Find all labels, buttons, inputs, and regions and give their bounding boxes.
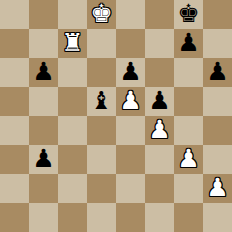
piece-white-pawn[interactable]: ♟	[119, 86, 141, 115]
square-g7[interactable]: ♟	[174, 29, 203, 58]
square-g1[interactable]	[174, 203, 203, 232]
piece-black-pawn[interactable]: ♟	[32, 144, 54, 173]
square-f2[interactable]	[145, 174, 174, 203]
piece-white-king[interactable]: ♚	[90, 0, 112, 28]
square-a8[interactable]	[0, 0, 29, 29]
piece-white-rook[interactable]: ♜	[61, 28, 83, 57]
square-h7[interactable]	[203, 29, 232, 58]
square-a5[interactable]	[0, 87, 29, 116]
square-h8[interactable]	[203, 0, 232, 29]
square-g8[interactable]: ♚	[174, 0, 203, 29]
square-e1[interactable]	[116, 203, 145, 232]
square-c5[interactable]	[58, 87, 87, 116]
square-d8[interactable]: ♚	[87, 0, 116, 29]
piece-white-pawn[interactable]: ♟	[177, 144, 199, 173]
square-h6[interactable]: ♟	[203, 58, 232, 87]
square-c1[interactable]	[58, 203, 87, 232]
square-g2[interactable]	[174, 174, 203, 203]
piece-white-pawn[interactable]: ♟	[148, 115, 170, 144]
square-a6[interactable]	[0, 58, 29, 87]
square-e7[interactable]	[116, 29, 145, 58]
square-b2[interactable]	[29, 174, 58, 203]
piece-black-pawn[interactable]: ♟	[119, 57, 141, 86]
square-d4[interactable]	[87, 116, 116, 145]
square-a3[interactable]	[0, 145, 29, 174]
square-f4[interactable]: ♟	[145, 116, 174, 145]
square-b4[interactable]	[29, 116, 58, 145]
square-c6[interactable]	[58, 58, 87, 87]
square-b8[interactable]	[29, 0, 58, 29]
square-h1[interactable]	[203, 203, 232, 232]
square-d5[interactable]: ♝	[87, 87, 116, 116]
square-e8[interactable]	[116, 0, 145, 29]
square-d6[interactable]	[87, 58, 116, 87]
square-f8[interactable]	[145, 0, 174, 29]
square-d2[interactable]	[87, 174, 116, 203]
square-d3[interactable]	[87, 145, 116, 174]
square-b6[interactable]: ♟	[29, 58, 58, 87]
square-c2[interactable]	[58, 174, 87, 203]
square-h4[interactable]	[203, 116, 232, 145]
square-a1[interactable]	[0, 203, 29, 232]
square-c4[interactable]	[58, 116, 87, 145]
square-b5[interactable]	[29, 87, 58, 116]
square-g5[interactable]	[174, 87, 203, 116]
square-f3[interactable]	[145, 145, 174, 174]
square-f6[interactable]	[145, 58, 174, 87]
square-d1[interactable]	[87, 203, 116, 232]
square-f5[interactable]: ♟	[145, 87, 174, 116]
chess-board: ♚♚♜♟♟♟♟♝♟♟♟♟♟♟	[0, 0, 232, 232]
piece-black-pawn[interactable]: ♟	[32, 57, 54, 86]
piece-black-king[interactable]: ♚	[177, 0, 199, 28]
square-a7[interactable]	[0, 29, 29, 58]
piece-black-pawn[interactable]: ♟	[177, 28, 199, 57]
square-h3[interactable]	[203, 145, 232, 174]
square-e4[interactable]	[116, 116, 145, 145]
square-h5[interactable]	[203, 87, 232, 116]
square-e6[interactable]: ♟	[116, 58, 145, 87]
piece-black-pawn[interactable]: ♟	[206, 57, 228, 86]
square-e5[interactable]: ♟	[116, 87, 145, 116]
square-g3[interactable]: ♟	[174, 145, 203, 174]
square-f7[interactable]	[145, 29, 174, 58]
piece-black-bishop[interactable]: ♝	[90, 86, 112, 115]
square-c3[interactable]	[58, 145, 87, 174]
square-b1[interactable]	[29, 203, 58, 232]
piece-white-pawn[interactable]: ♟	[206, 173, 228, 202]
square-b3[interactable]: ♟	[29, 145, 58, 174]
piece-black-pawn[interactable]: ♟	[148, 86, 170, 115]
square-g6[interactable]	[174, 58, 203, 87]
square-b7[interactable]	[29, 29, 58, 58]
square-e3[interactable]	[116, 145, 145, 174]
square-a2[interactable]	[0, 174, 29, 203]
square-d7[interactable]	[87, 29, 116, 58]
square-c8[interactable]	[58, 0, 87, 29]
square-f1[interactable]	[145, 203, 174, 232]
square-a4[interactable]	[0, 116, 29, 145]
square-g4[interactable]	[174, 116, 203, 145]
square-e2[interactable]	[116, 174, 145, 203]
square-h2[interactable]: ♟	[203, 174, 232, 203]
square-c7[interactable]: ♜	[58, 29, 87, 58]
